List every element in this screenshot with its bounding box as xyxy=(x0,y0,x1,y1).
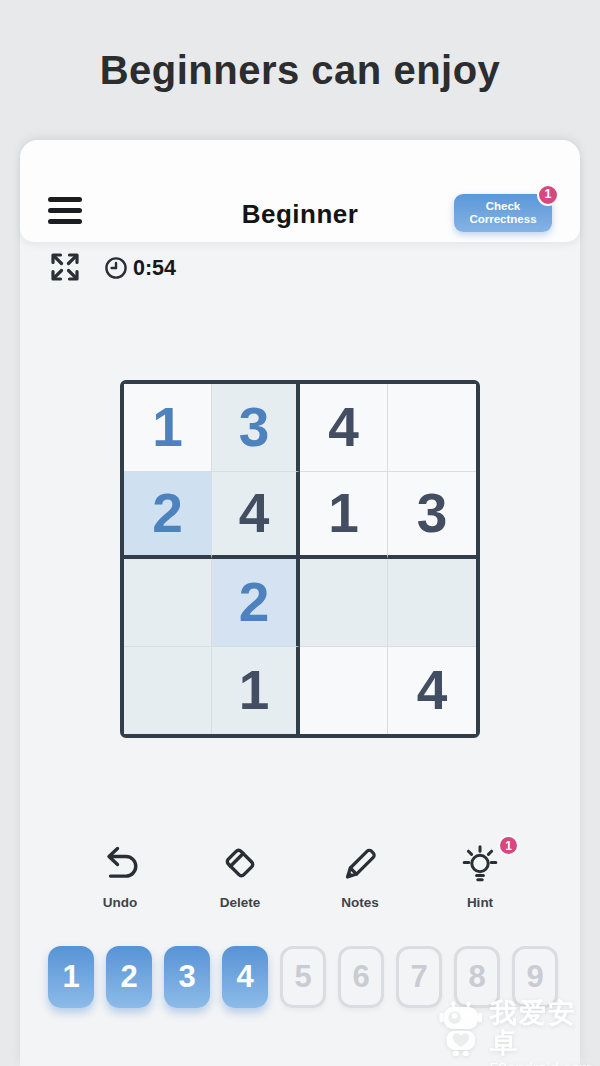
toolbar: Undo Delete N xyxy=(60,840,540,910)
notes-label: Notes xyxy=(341,895,379,910)
banner-title: Beginners can enjoy xyxy=(100,48,501,93)
sudoku-board: 1342413214 xyxy=(120,380,480,738)
undo-label: Undo xyxy=(103,895,138,910)
numpad-button-4[interactable]: 4 xyxy=(222,946,268,1008)
delete-label: Delete xyxy=(220,895,261,910)
hint-badge: 1 xyxy=(498,835,519,856)
cell-r3c1[interactable] xyxy=(124,559,212,647)
cell-r2c3[interactable]: 1 xyxy=(300,472,388,560)
check-button-line2: Correctness xyxy=(469,213,536,227)
timer-value: 0:54 xyxy=(133,256,176,281)
cell-r4c3[interactable] xyxy=(300,647,388,735)
undo-icon xyxy=(97,840,143,886)
numpad-button-5[interactable]: 5 xyxy=(280,946,326,1008)
numpad-button-8[interactable]: 8 xyxy=(454,946,500,1008)
lightbulb-icon xyxy=(457,840,503,886)
cell-r1c3[interactable]: 4 xyxy=(300,384,388,472)
cell-r2c4[interactable]: 3 xyxy=(388,472,476,560)
pencil-icon xyxy=(337,840,383,886)
delete-button[interactable]: Delete xyxy=(180,840,300,910)
eraser-icon xyxy=(217,840,263,886)
cell-r1c4[interactable] xyxy=(388,384,476,472)
banner: Beginners can enjoy xyxy=(0,0,600,140)
app-header: Beginner Check Correctness 1 xyxy=(20,140,580,242)
cell-r3c4[interactable] xyxy=(388,559,476,647)
cell-r4c4[interactable]: 4 xyxy=(388,647,476,735)
cell-r1c1[interactable]: 1 xyxy=(124,384,212,472)
numpad-button-1[interactable]: 1 xyxy=(48,946,94,1008)
hint-label: Hint xyxy=(467,895,493,910)
cell-r4c1[interactable] xyxy=(124,647,212,735)
numpad-button-3[interactable]: 3 xyxy=(164,946,210,1008)
numpad-button-7[interactable]: 7 xyxy=(396,946,442,1008)
check-correctness-button[interactable]: Check Correctness 1 xyxy=(454,194,552,232)
check-button-line1: Check xyxy=(486,200,521,214)
numpad-button-9[interactable]: 9 xyxy=(512,946,558,1008)
numpad-button-2[interactable]: 2 xyxy=(106,946,152,1008)
hint-button[interactable]: Hint 1 xyxy=(420,840,540,910)
cell-r3c3[interactable] xyxy=(300,559,388,647)
app-card: Beginner Check Correctness 1 0:54 1 xyxy=(20,140,580,1066)
check-button-badge: 1 xyxy=(537,184,559,206)
notes-button[interactable]: Notes xyxy=(300,840,420,910)
cell-r3c2[interactable]: 2 xyxy=(212,559,300,647)
cell-r1c2[interactable]: 3 xyxy=(212,384,300,472)
screen: Beginners can enjoy Beginner Check Corre… xyxy=(0,0,600,1066)
undo-button[interactable]: Undo xyxy=(60,840,180,910)
cell-r2c2[interactable]: 4 xyxy=(212,472,300,560)
clock-icon xyxy=(104,256,128,280)
numpad-button-6[interactable]: 6 xyxy=(338,946,384,1008)
cell-r4c2[interactable]: 1 xyxy=(212,647,300,735)
fullscreen-expand-icon[interactable] xyxy=(48,250,82,284)
cell-r2c1[interactable]: 2 xyxy=(124,472,212,560)
number-pad: 123456789 xyxy=(48,946,558,1008)
